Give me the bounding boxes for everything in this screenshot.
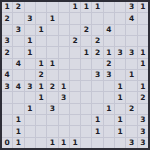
cell-r13-c7[interactable]: 1	[70, 138, 80, 148]
cell-r9-c6[interactable]: 3	[59, 92, 69, 102]
cell-r2-c2[interactable]	[13, 13, 23, 23]
cell-r7-c2[interactable]	[13, 70, 23, 80]
cell-r12-c9[interactable]: 1	[92, 126, 102, 136]
cell-r4-c8[interactable]	[81, 36, 91, 46]
cell-r5-c2[interactable]	[13, 47, 23, 57]
cell-r1-c13[interactable]: 1	[138, 2, 148, 12]
cell-r13-c5[interactable]: 1	[47, 138, 57, 148]
cell-r3-c5[interactable]	[47, 25, 57, 35]
cell-r12-c10[interactable]	[104, 126, 114, 136]
cell-r12-c4[interactable]	[36, 126, 46, 136]
cell-r5-c12[interactable]: 3	[126, 47, 136, 57]
cell-r9-c4[interactable]: 1	[36, 92, 46, 102]
cell-r1-c4[interactable]	[36, 2, 46, 12]
cell-r6-c8[interactable]	[81, 59, 91, 69]
cell-r1-c10[interactable]	[104, 2, 114, 12]
cell-r2-c10[interactable]	[104, 13, 114, 23]
cell-r6-c10[interactable]: 2	[104, 59, 114, 69]
cell-r10-c7[interactable]	[70, 104, 80, 114]
cell-r11-c2[interactable]: 1	[13, 115, 23, 125]
cell-r8-c3[interactable]: 3	[25, 81, 35, 91]
cell-r7-c1[interactable]: 4	[2, 70, 12, 80]
cell-r12-c12[interactable]	[126, 126, 136, 136]
cell-r1-c6[interactable]	[59, 2, 69, 12]
cell-r8-c8[interactable]	[81, 81, 91, 91]
cell-r1-c1[interactable]: 1	[2, 2, 12, 12]
cell-r7-c6[interactable]	[59, 70, 69, 80]
cell-r13-c12[interactable]: 3	[126, 138, 136, 148]
cell-r6-c11[interactable]	[115, 59, 125, 69]
cell-r9-c7[interactable]	[70, 92, 80, 102]
cell-r10-c4[interactable]	[36, 104, 46, 114]
cell-r3-c1[interactable]	[2, 25, 12, 35]
cell-r11-c11[interactable]: 1	[115, 115, 125, 125]
cell-r3-c12[interactable]	[126, 25, 136, 35]
cell-r10-c2[interactable]	[13, 104, 23, 114]
cell-r6-c4[interactable]: 1	[36, 59, 46, 69]
cell-r9-c10[interactable]	[104, 92, 114, 102]
cell-r7-c11[interactable]	[115, 70, 125, 80]
cell-r8-c6[interactable]: 1	[59, 81, 69, 91]
cell-r7-c5[interactable]	[47, 70, 57, 80]
cell-r11-c5[interactable]	[47, 115, 57, 125]
cell-r3-c13[interactable]	[138, 25, 148, 35]
cell-r5-c1[interactable]: 2	[2, 47, 12, 57]
cell-r6-c2[interactable]: 4	[13, 59, 23, 69]
cell-r6-c3[interactable]	[25, 59, 35, 69]
cell-r8-c11[interactable]: 1	[115, 81, 125, 91]
cell-r8-c7[interactable]	[70, 81, 80, 91]
cell-r5-c3[interactable]: 1	[25, 47, 35, 57]
cell-r6-c9[interactable]	[92, 59, 102, 69]
cell-r2-c11[interactable]	[115, 13, 125, 23]
cell-r12-c11[interactable]: 1	[115, 126, 125, 136]
cell-r3-c3[interactable]	[25, 25, 35, 35]
cell-r5-c8[interactable]: 1	[81, 47, 91, 57]
cell-r1-c12[interactable]: 3	[126, 2, 136, 12]
cell-r3-c10[interactable]: 4	[104, 25, 114, 35]
cell-r13-c1[interactable]: 0	[2, 138, 12, 148]
cell-r6-c12[interactable]	[126, 59, 136, 69]
cell-r12-c5[interactable]	[47, 126, 57, 136]
cell-r9-c13[interactable]: 2	[138, 92, 148, 102]
cell-r9-c9[interactable]	[92, 92, 102, 102]
cell-r4-c10[interactable]	[104, 36, 114, 46]
cell-r10-c5[interactable]: 3	[47, 104, 57, 114]
cell-r5-c11[interactable]: 3	[115, 47, 125, 57]
cell-r7-c13[interactable]	[138, 70, 148, 80]
cell-r6-c5[interactable]: 1	[47, 59, 57, 69]
cell-r1-c3[interactable]	[25, 2, 35, 12]
cell-r12-c3[interactable]	[25, 126, 35, 136]
cell-r13-c3[interactable]	[25, 138, 35, 148]
cell-r10-c6[interactable]	[59, 104, 69, 114]
cell-r12-c13[interactable]: 3	[138, 126, 148, 136]
cell-r13-c10[interactable]	[104, 138, 114, 148]
cell-r9-c2[interactable]	[13, 92, 23, 102]
cell-r9-c11[interactable]: 1	[115, 92, 125, 102]
cell-r11-c7[interactable]	[70, 115, 80, 125]
cell-r11-c3[interactable]	[25, 115, 35, 125]
cell-r3-c6[interactable]	[59, 25, 69, 35]
cell-r3-c7[interactable]	[70, 25, 80, 35]
cell-r2-c6[interactable]	[59, 13, 69, 23]
cell-r3-c2[interactable]: 3	[13, 25, 23, 35]
cell-r10-c11[interactable]	[115, 104, 125, 114]
cell-r13-c4[interactable]	[36, 138, 46, 148]
cell-r5-c6[interactable]	[59, 47, 69, 57]
cell-r4-c13[interactable]	[138, 36, 148, 46]
cell-r7-c12[interactable]: 1	[126, 70, 136, 80]
cell-r11-c8[interactable]	[81, 115, 91, 125]
cell-r12-c8[interactable]	[81, 126, 91, 136]
cell-r7-c8[interactable]	[81, 70, 91, 80]
cell-r8-c10[interactable]	[104, 81, 114, 91]
cell-r6-c7[interactable]	[70, 59, 80, 69]
cell-r12-c1[interactable]	[2, 126, 12, 136]
cell-r8-c9[interactable]	[92, 81, 102, 91]
cell-r2-c9[interactable]	[92, 13, 102, 23]
cell-r9-c5[interactable]	[47, 92, 57, 102]
cell-r6-c13[interactable]: 1	[138, 59, 148, 69]
cell-r4-c4[interactable]	[36, 36, 46, 46]
cell-r13-c11[interactable]	[115, 138, 125, 148]
cell-r8-c12[interactable]	[126, 81, 136, 91]
cell-r2-c12[interactable]: 4	[126, 13, 136, 23]
cell-r11-c4[interactable]	[36, 115, 46, 125]
cell-r5-c4[interactable]	[36, 47, 46, 57]
cell-r9-c3[interactable]	[25, 92, 35, 102]
cell-r8-c5[interactable]: 2	[47, 81, 57, 91]
cell-r3-c9[interactable]	[92, 25, 102, 35]
cell-r10-c13[interactable]	[138, 104, 148, 114]
cell-r2-c13[interactable]	[138, 13, 148, 23]
cell-r4-c3[interactable]: 1	[25, 36, 35, 46]
cell-r13-c2[interactable]: 1	[13, 138, 23, 148]
cell-r1-c9[interactable]: 1	[92, 2, 102, 12]
cell-r2-c8[interactable]	[81, 13, 91, 23]
cell-r13-c9[interactable]	[92, 138, 102, 148]
cell-r8-c13[interactable]: 1	[138, 81, 148, 91]
cell-r11-c13[interactable]: 3	[138, 115, 148, 125]
cell-r9-c1[interactable]	[2, 92, 12, 102]
cell-r4-c12[interactable]	[126, 36, 136, 46]
cell-r2-c4[interactable]	[36, 13, 46, 23]
puzzle-board: 1211131231431243122211213314112142331343…	[0, 0, 150, 150]
cell-r9-c12[interactable]	[126, 92, 136, 102]
cell-r13-c8[interactable]	[81, 138, 91, 148]
cell-r2-c1[interactable]: 2	[2, 13, 12, 23]
cell-r8-c2[interactable]: 4	[13, 81, 23, 91]
cell-r7-c9[interactable]: 3	[92, 70, 102, 80]
cell-r5-c7[interactable]	[70, 47, 80, 57]
cell-r11-c9[interactable]: 1	[92, 115, 102, 125]
cell-r5-c9[interactable]: 2	[92, 47, 102, 57]
cell-r8-c4[interactable]: 1	[36, 81, 46, 91]
cell-r4-c7[interactable]: 2	[70, 36, 80, 46]
cell-r13-c6[interactable]: 1	[59, 138, 69, 148]
cell-r10-c1[interactable]	[2, 104, 12, 114]
cell-r13-c13[interactable]: 3	[138, 138, 148, 148]
cell-r8-c1[interactable]: 3	[2, 81, 12, 91]
cell-r9-c8[interactable]	[81, 92, 91, 102]
cell-r3-c8[interactable]: 2	[81, 25, 91, 35]
cell-r4-c2[interactable]	[13, 36, 23, 46]
cell-r2-c5[interactable]: 1	[47, 13, 57, 23]
cell-r1-c2[interactable]: 2	[13, 2, 23, 12]
cell-r12-c2[interactable]: 1	[13, 126, 23, 136]
cell-r5-c5[interactable]	[47, 47, 57, 57]
cell-r7-c4[interactable]: 2	[36, 70, 46, 80]
cell-r1-c11[interactable]	[115, 2, 125, 12]
cell-r10-c10[interactable]: 1	[104, 104, 114, 114]
cell-r6-c1[interactable]	[2, 59, 12, 69]
cell-r4-c6[interactable]	[59, 36, 69, 46]
cell-r7-c10[interactable]: 3	[104, 70, 114, 80]
cell-r1-c8[interactable]: 1	[81, 2, 91, 12]
cell-r10-c12[interactable]: 2	[126, 104, 136, 114]
cell-r4-c9[interactable]: 2	[92, 36, 102, 46]
cell-r6-c6[interactable]	[59, 59, 69, 69]
cell-r4-c1[interactable]: 3	[2, 36, 12, 46]
cell-r5-c10[interactable]: 1	[104, 47, 114, 57]
cell-r7-c7[interactable]	[70, 70, 80, 80]
cell-r4-c5[interactable]	[47, 36, 57, 46]
cell-r10-c3[interactable]: 1	[25, 104, 35, 114]
cell-r3-c4[interactable]: 1	[36, 25, 46, 35]
cell-r3-c11[interactable]	[115, 25, 125, 35]
cell-r10-c9[interactable]	[92, 104, 102, 114]
cell-r12-c6[interactable]	[59, 126, 69, 136]
cell-r1-c5[interactable]	[47, 2, 57, 12]
cell-r11-c10[interactable]	[104, 115, 114, 125]
cell-r4-c11[interactable]	[115, 36, 125, 46]
cell-r11-c1[interactable]	[2, 115, 12, 125]
cell-r12-c7[interactable]	[70, 126, 80, 136]
cell-r2-c3[interactable]: 3	[25, 13, 35, 23]
cell-r10-c8[interactable]	[81, 104, 91, 114]
cell-r11-c6[interactable]	[59, 115, 69, 125]
cell-r2-c7[interactable]	[70, 13, 80, 23]
cell-r5-c13[interactable]: 1	[138, 47, 148, 57]
cell-r11-c12[interactable]	[126, 115, 136, 125]
cell-r7-c3[interactable]	[25, 70, 35, 80]
cell-r1-c7[interactable]: 1	[70, 2, 80, 12]
